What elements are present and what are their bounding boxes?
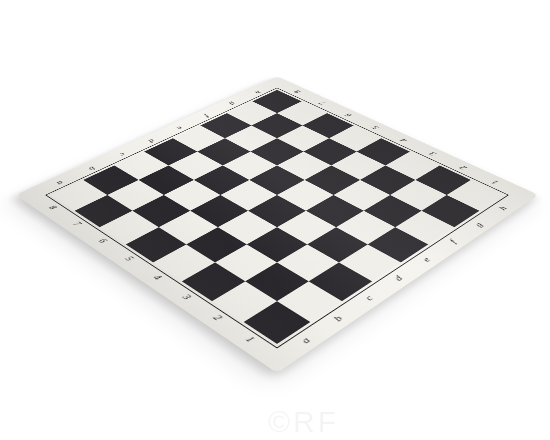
coord-file-d-top: d (146, 138, 156, 143)
coord-rank-3-right: 3 (427, 151, 438, 157)
coord-file-f-bottom: f (446, 238, 457, 244)
coord-file-e-bottom: e (419, 255, 432, 262)
coord-rank-1-right: 1 (489, 180, 500, 186)
coord-rank-2-right: 2 (457, 165, 468, 171)
coord-rank-8-right: 8 (292, 90, 302, 95)
product-photo: aabbccddeeffgghh1122334455667788 ©RF (0, 0, 550, 440)
coord-rank-2-left: 2 (210, 314, 224, 323)
coord-file-b-bottom: b (330, 314, 344, 323)
coord-rank-5-left: 5 (122, 255, 135, 263)
coord-rank-8-left: 8 (46, 204, 59, 211)
coord-file-a-top: a (54, 180, 65, 186)
coord-rank-4-right: 4 (398, 138, 408, 143)
watermark: ©RF (268, 405, 339, 439)
coord-rank-6-left: 6 (95, 238, 108, 245)
coord-rank-7-right: 7 (317, 101, 327, 106)
coord-file-h-top: h (252, 90, 262, 95)
coord-rank-4-left: 4 (150, 274, 163, 282)
coord-file-e-top: e (174, 125, 184, 130)
board-grid (51, 90, 504, 344)
coord-file-c-bottom: c (361, 293, 374, 301)
coord-file-c-top: c (117, 151, 127, 156)
coord-rank-1-left: 1 (242, 335, 256, 344)
coord-file-g-top: g (227, 101, 237, 106)
coord-rank-6-right: 6 (343, 113, 353, 118)
coord-rank-7-left: 7 (70, 221, 83, 228)
coord-rank-5-right: 5 (370, 125, 380, 130)
coord-file-g-bottom: g (471, 221, 484, 228)
coord-file-f-top: f (202, 113, 211, 117)
coord-file-a-bottom: a (298, 335, 312, 344)
chess-board-mat: aabbccddeeffgghh1122334455667788 (15, 76, 538, 373)
coord-file-d-bottom: d (391, 274, 404, 282)
coord-rank-3-left: 3 (179, 293, 193, 301)
coord-file-b-top: b (86, 165, 97, 171)
coord-file-h-bottom: h (496, 204, 509, 211)
